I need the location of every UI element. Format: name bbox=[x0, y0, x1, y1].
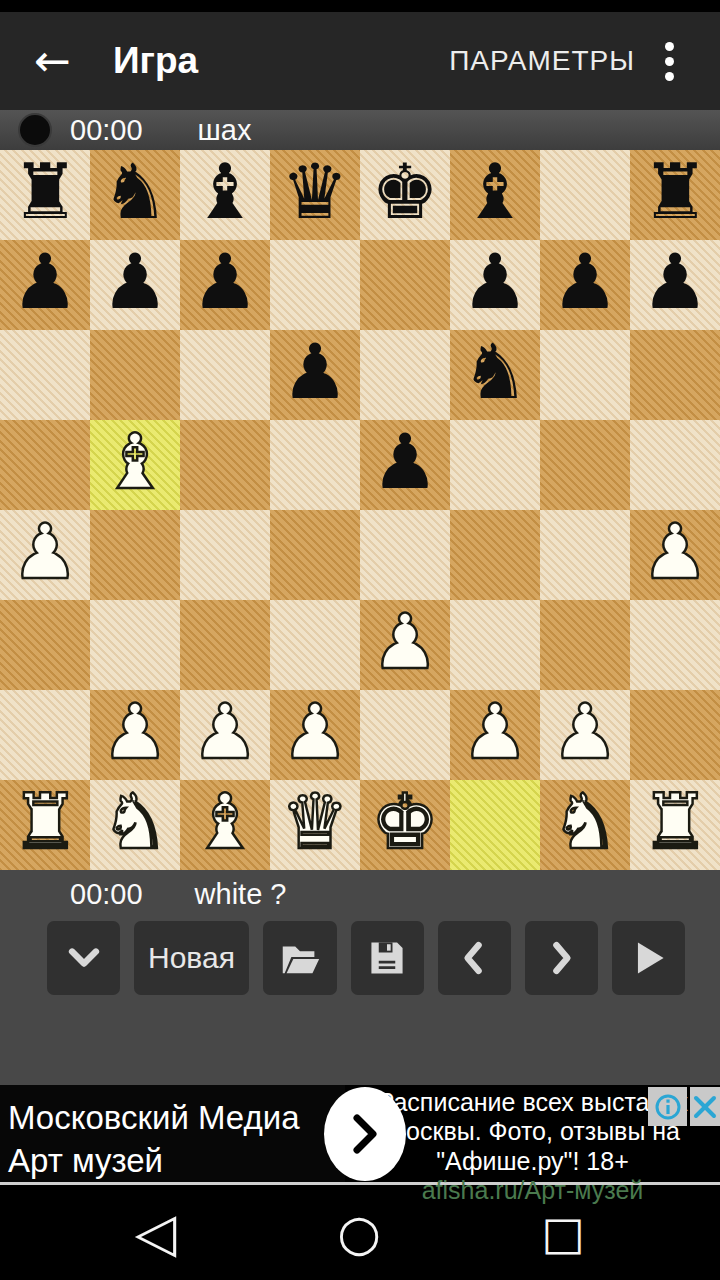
square-c6[interactable] bbox=[180, 330, 270, 420]
square-b8[interactable]: ♞ bbox=[90, 150, 180, 240]
square-c4[interactable] bbox=[180, 510, 270, 600]
parameters-button[interactable]: ПАРАМЕТРЫ bbox=[449, 45, 635, 77]
square-g4[interactable] bbox=[540, 510, 630, 600]
square-h4[interactable]: ♟ bbox=[630, 510, 720, 600]
piece-black-knight: ♞ bbox=[101, 154, 169, 230]
square-b4[interactable] bbox=[90, 510, 180, 600]
status-bar bbox=[0, 0, 720, 12]
piece-black-bishop: ♝ bbox=[191, 154, 259, 230]
square-d2[interactable]: ♟ bbox=[270, 690, 360, 780]
square-b3[interactable] bbox=[90, 600, 180, 690]
square-a7[interactable]: ♟ bbox=[0, 240, 90, 330]
square-h1[interactable]: ♜ bbox=[630, 780, 720, 870]
app-bar: ← Игра ПАРАМЕТРЫ bbox=[0, 12, 720, 110]
piece-white-pawn: ♟ bbox=[191, 694, 259, 770]
piece-white-pawn: ♟ bbox=[461, 694, 529, 770]
new-game-button[interactable]: Новая bbox=[134, 921, 249, 995]
square-d1[interactable]: ♛ bbox=[270, 780, 360, 870]
nav-recents-button[interactable]: □ bbox=[542, 1210, 585, 1256]
square-h8[interactable]: ♜ bbox=[630, 150, 720, 240]
square-a4[interactable]: ♟ bbox=[0, 510, 90, 600]
ad-headline-line1: Московский Медиа bbox=[8, 1097, 345, 1140]
chevron-left-icon bbox=[452, 936, 496, 980]
ad-headline-line2: Арт музей bbox=[8, 1140, 345, 1183]
square-g3[interactable] bbox=[540, 600, 630, 690]
square-f1[interactable] bbox=[450, 780, 540, 870]
nav-back-button[interactable]: ◁ bbox=[135, 1206, 177, 1260]
page-title: Игра bbox=[113, 40, 449, 82]
square-a1[interactable]: ♜ bbox=[0, 780, 90, 870]
square-h7[interactable]: ♟ bbox=[630, 240, 720, 330]
square-g6[interactable] bbox=[540, 330, 630, 420]
square-c8[interactable]: ♝ bbox=[180, 150, 270, 240]
square-a8[interactable]: ♜ bbox=[0, 150, 90, 240]
ad-link[interactable]: afisha.ru/Арт-музей bbox=[345, 1176, 720, 1205]
ad-close-button[interactable] bbox=[690, 1087, 720, 1126]
piece-white-pawn: ♟ bbox=[551, 694, 619, 770]
square-e1[interactable]: ♚ bbox=[360, 780, 450, 870]
square-d8[interactable]: ♛ bbox=[270, 150, 360, 240]
white-player-label: white ? bbox=[195, 878, 287, 911]
piece-white-pawn: ♟ bbox=[11, 514, 79, 590]
square-d5[interactable] bbox=[270, 420, 360, 510]
square-b6[interactable] bbox=[90, 330, 180, 420]
ad-banner[interactable]: Московский Медиа Арт музей Расписание вс… bbox=[0, 1085, 720, 1185]
expand-button[interactable] bbox=[47, 921, 120, 995]
piece-black-rook: ♜ bbox=[11, 154, 79, 230]
bottom-panel: 00:00 white ? Новая bbox=[0, 870, 720, 1085]
square-d3[interactable] bbox=[270, 600, 360, 690]
black-turn-indicator-icon bbox=[18, 113, 52, 147]
floppy-disk-icon bbox=[365, 936, 409, 980]
save-button[interactable] bbox=[351, 921, 424, 995]
square-h3[interactable] bbox=[630, 600, 720, 690]
piece-white-bishop: ♝ bbox=[191, 784, 259, 860]
square-a3[interactable] bbox=[0, 600, 90, 690]
square-g1[interactable]: ♞ bbox=[540, 780, 630, 870]
square-d7[interactable] bbox=[270, 240, 360, 330]
piece-black-knight: ♞ bbox=[461, 334, 529, 410]
piece-black-pawn: ♟ bbox=[641, 244, 709, 320]
next-move-button[interactable] bbox=[525, 921, 598, 995]
square-a5[interactable] bbox=[0, 420, 90, 510]
piece-black-pawn: ♟ bbox=[191, 244, 259, 320]
info-icon bbox=[653, 1092, 683, 1122]
chevron-right-icon bbox=[539, 936, 583, 980]
overflow-menu-icon[interactable] bbox=[661, 38, 678, 85]
square-f6[interactable]: ♞ bbox=[450, 330, 540, 420]
square-c3[interactable] bbox=[180, 600, 270, 690]
square-e8[interactable]: ♚ bbox=[360, 150, 450, 240]
check-status-label: шах bbox=[198, 114, 252, 147]
ad-headline[interactable]: Московский Медиа Арт музей bbox=[0, 1085, 345, 1182]
square-f7[interactable]: ♟ bbox=[450, 240, 540, 330]
square-h6[interactable] bbox=[630, 330, 720, 420]
piece-black-pawn: ♟ bbox=[371, 424, 439, 500]
square-h2[interactable] bbox=[630, 690, 720, 780]
square-c2[interactable]: ♟ bbox=[180, 690, 270, 780]
square-f5[interactable] bbox=[450, 420, 540, 510]
piece-white-rook: ♜ bbox=[641, 784, 709, 860]
square-g5[interactable] bbox=[540, 420, 630, 510]
chess-board: ♜♞♝♛♚♝♜♟♟♟♟♟♟♟♞♝♟♟♟♟♟♟♟♟♟♜♞♝♛♚♞♜ bbox=[0, 150, 720, 870]
square-a2[interactable] bbox=[0, 690, 90, 780]
close-icon bbox=[692, 1094, 718, 1120]
piece-black-queen: ♛ bbox=[281, 154, 349, 230]
square-f4[interactable] bbox=[450, 510, 540, 600]
piece-white-pawn: ♟ bbox=[281, 694, 349, 770]
square-f2[interactable]: ♟ bbox=[450, 690, 540, 780]
square-b2[interactable]: ♟ bbox=[90, 690, 180, 780]
piece-white-queen: ♛ bbox=[281, 784, 349, 860]
black-clock-row: 00:00 шах bbox=[0, 110, 720, 150]
chevron-down-icon bbox=[62, 936, 106, 980]
piece-black-pawn: ♟ bbox=[11, 244, 79, 320]
play-triangle-icon bbox=[626, 936, 670, 980]
square-e2[interactable] bbox=[360, 690, 450, 780]
white-clock-row: 00:00 white ? bbox=[0, 870, 720, 911]
chevron-right-icon bbox=[345, 1108, 385, 1160]
piece-black-pawn: ♟ bbox=[281, 334, 349, 410]
square-e5[interactable]: ♟ bbox=[360, 420, 450, 510]
black-clock-time: 00:00 bbox=[70, 114, 143, 147]
piece-white-pawn: ♟ bbox=[641, 514, 709, 590]
prev-move-button[interactable] bbox=[438, 921, 511, 995]
square-d4[interactable] bbox=[270, 510, 360, 600]
nav-home-button[interactable]: ○ bbox=[337, 1208, 381, 1258]
square-b1[interactable]: ♞ bbox=[90, 780, 180, 870]
square-e7[interactable] bbox=[360, 240, 450, 330]
square-g7[interactable]: ♟ bbox=[540, 240, 630, 330]
square-f8[interactable]: ♝ bbox=[450, 150, 540, 240]
square-b5[interactable]: ♝ bbox=[90, 420, 180, 510]
ad-cta-button[interactable] bbox=[324, 1087, 406, 1181]
piece-white-king: ♚ bbox=[371, 784, 439, 860]
adchoices-info-button[interactable] bbox=[648, 1087, 687, 1126]
square-h5[interactable] bbox=[630, 420, 720, 510]
piece-white-knight: ♞ bbox=[101, 784, 169, 860]
square-e6[interactable] bbox=[360, 330, 450, 420]
square-f3[interactable] bbox=[450, 600, 540, 690]
square-b7[interactable]: ♟ bbox=[90, 240, 180, 330]
square-a6[interactable] bbox=[0, 330, 90, 420]
piece-white-pawn: ♟ bbox=[101, 694, 169, 770]
game-toolbar: Новая bbox=[47, 921, 720, 995]
square-e3[interactable]: ♟ bbox=[360, 600, 450, 690]
square-c5[interactable] bbox=[180, 420, 270, 510]
piece-white-knight: ♞ bbox=[551, 784, 619, 860]
piece-white-rook: ♜ bbox=[11, 784, 79, 860]
piece-black-pawn: ♟ bbox=[551, 244, 619, 320]
open-button[interactable] bbox=[263, 921, 337, 995]
piece-black-pawn: ♟ bbox=[101, 244, 169, 320]
folder-open-icon bbox=[277, 935, 323, 981]
piece-black-king: ♚ bbox=[371, 154, 439, 230]
piece-black-rook: ♜ bbox=[641, 154, 709, 230]
white-clock-time: 00:00 bbox=[70, 878, 143, 911]
square-d6[interactable]: ♟ bbox=[270, 330, 360, 420]
square-e4[interactable] bbox=[360, 510, 450, 600]
square-c1[interactable]: ♝ bbox=[180, 780, 270, 870]
square-g2[interactable]: ♟ bbox=[540, 690, 630, 780]
piece-black-bishop: ♝ bbox=[461, 154, 529, 230]
piece-black-pawn: ♟ bbox=[461, 244, 529, 320]
ad-badges bbox=[648, 1087, 720, 1126]
play-button[interactable] bbox=[612, 921, 685, 995]
square-g8[interactable] bbox=[540, 150, 630, 240]
piece-white-pawn: ♟ bbox=[371, 604, 439, 680]
square-c7[interactable]: ♟ bbox=[180, 240, 270, 330]
piece-white-bishop: ♝ bbox=[101, 424, 169, 500]
back-arrow-icon[interactable]: ← bbox=[34, 39, 71, 83]
